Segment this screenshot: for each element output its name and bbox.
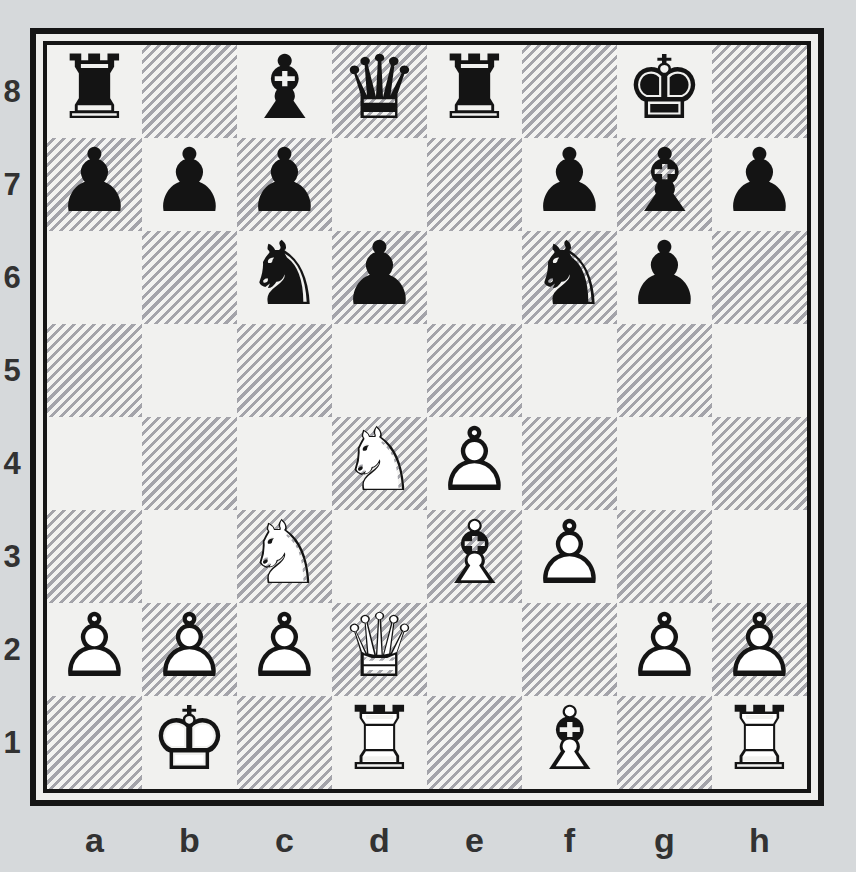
file-label-c: c [237, 814, 332, 866]
black-piece-glyph: ♜ [435, 44, 514, 132]
square-h5[interactable] [712, 324, 807, 417]
square-c2[interactable]: ♟♙ [237, 603, 332, 696]
piece-white-queen-d2[interactable]: ♛♕ [332, 603, 427, 696]
piece-white-king-b1[interactable]: ♚♔ [142, 696, 237, 789]
rank-label-5: 5 [0, 324, 24, 417]
black-piece-glyph: ♟ [55, 137, 134, 225]
black-piece-glyph: ♝ [245, 44, 324, 132]
square-b4[interactable] [142, 417, 237, 510]
square-a8[interactable]: ♜ [47, 45, 142, 138]
black-piece-glyph: ♞ [530, 230, 609, 318]
square-h1[interactable]: ♜♖ [712, 696, 807, 789]
piece-white-pawn-e4[interactable]: ♟♙ [427, 417, 522, 510]
chess-diagram: 87654321 ♜♝♛♜♚♟♟♟♟♝♟♞♟♞♟♞♘♟♙♞♘♝♗♟♙♟♙♟♙♟♙… [0, 0, 856, 872]
square-c7[interactable]: ♟ [237, 138, 332, 231]
white-piece-outline: ♙ [150, 602, 229, 690]
square-d8[interactable]: ♛ [332, 45, 427, 138]
square-g1[interactable] [617, 696, 712, 789]
square-c4[interactable] [237, 417, 332, 510]
square-f5[interactable] [522, 324, 617, 417]
white-piece-outline: ♙ [625, 602, 704, 690]
piece-white-pawn-a2[interactable]: ♟♙ [47, 603, 142, 696]
piece-white-bishop-e3[interactable]: ♝♗ [427, 510, 522, 603]
piece-black-pawn-b7[interactable]: ♟ [142, 138, 237, 231]
white-piece-outline: ♖ [720, 695, 799, 783]
white-piece-outline: ♘ [340, 416, 419, 504]
square-d4[interactable]: ♞♘ [332, 417, 427, 510]
piece-black-bishop-c8[interactable]: ♝ [237, 45, 332, 138]
piece-white-rook-h1[interactable]: ♜♖ [712, 696, 807, 789]
square-e7[interactable] [427, 138, 522, 231]
square-f2[interactable] [522, 603, 617, 696]
square-a2[interactable]: ♟♙ [47, 603, 142, 696]
black-piece-glyph: ♟ [245, 137, 324, 225]
square-f4[interactable] [522, 417, 617, 510]
rank-label-8: 8 [0, 45, 24, 138]
square-b8[interactable] [142, 45, 237, 138]
piece-white-pawn-c2[interactable]: ♟♙ [237, 603, 332, 696]
square-f7[interactable]: ♟ [522, 138, 617, 231]
square-f6[interactable]: ♞ [522, 231, 617, 324]
piece-white-knight-c3[interactable]: ♞♘ [237, 510, 332, 603]
square-h3[interactable] [712, 510, 807, 603]
white-piece-outline: ♙ [530, 509, 609, 597]
square-e4[interactable]: ♟♙ [427, 417, 522, 510]
square-g6[interactable]: ♟ [617, 231, 712, 324]
rank-label-2: 2 [0, 603, 24, 696]
square-a6[interactable] [47, 231, 142, 324]
square-d5[interactable] [332, 324, 427, 417]
square-d3[interactable] [332, 510, 427, 603]
square-b2[interactable]: ♟♙ [142, 603, 237, 696]
square-h7[interactable]: ♟ [712, 138, 807, 231]
square-c5[interactable] [237, 324, 332, 417]
square-f8[interactable] [522, 45, 617, 138]
file-label-f: f [522, 814, 617, 866]
piece-white-knight-d4[interactable]: ♞♘ [332, 417, 427, 510]
file-label-d: d [332, 814, 427, 866]
piece-black-pawn-g6[interactable]: ♟ [617, 231, 712, 324]
piece-black-knight-c6[interactable]: ♞ [237, 231, 332, 324]
white-piece-outline: ♗ [435, 509, 514, 597]
rank-labels: 87654321 [0, 45, 24, 789]
square-d7[interactable] [332, 138, 427, 231]
square-g8[interactable]: ♚ [617, 45, 712, 138]
piece-black-knight-f6[interactable]: ♞ [522, 231, 617, 324]
rank-label-1: 1 [0, 696, 24, 789]
square-a5[interactable] [47, 324, 142, 417]
chess-board-inner-border: ♜♝♛♜♚♟♟♟♟♝♟♞♟♞♟♞♘♟♙♞♘♝♗♟♙♟♙♟♙♟♙♛♕♟♙♟♙♚♔♜… [43, 41, 811, 793]
square-e1[interactable] [427, 696, 522, 789]
file-label-h: h [712, 814, 807, 866]
square-b3[interactable] [142, 510, 237, 603]
square-e2[interactable] [427, 603, 522, 696]
black-piece-glyph: ♝ [625, 137, 704, 225]
white-piece-outline: ♙ [55, 602, 134, 690]
square-g5[interactable] [617, 324, 712, 417]
piece-black-king-g8[interactable]: ♚ [617, 45, 712, 138]
piece-white-pawn-f3[interactable]: ♟♙ [522, 510, 617, 603]
square-g4[interactable] [617, 417, 712, 510]
chess-board: ♜♝♛♜♚♟♟♟♟♝♟♞♟♞♟♞♘♟♙♞♘♝♗♟♙♟♙♟♙♟♙♛♕♟♙♟♙♚♔♜… [47, 45, 807, 789]
piece-black-pawn-h7[interactable]: ♟ [712, 138, 807, 231]
square-a1[interactable] [47, 696, 142, 789]
black-piece-glyph: ♞ [245, 230, 324, 318]
square-d6[interactable]: ♟ [332, 231, 427, 324]
piece-white-pawn-b2[interactable]: ♟♙ [142, 603, 237, 696]
white-piece-outline: ♙ [435, 416, 514, 504]
square-f1[interactable]: ♝♗ [522, 696, 617, 789]
white-piece-outline: ♖ [340, 695, 419, 783]
square-g3[interactable] [617, 510, 712, 603]
piece-black-pawn-a7[interactable]: ♟ [47, 138, 142, 231]
rank-label-7: 7 [0, 138, 24, 231]
square-c6[interactable]: ♞ [237, 231, 332, 324]
file-label-e: e [427, 814, 522, 866]
chess-board-frame: ♜♝♛♜♚♟♟♟♟♝♟♞♟♞♟♞♘♟♙♞♘♝♗♟♙♟♙♟♙♟♙♛♕♟♙♟♙♚♔♜… [30, 28, 824, 806]
rank-label-6: 6 [0, 231, 24, 324]
piece-white-pawn-h2[interactable]: ♟♙ [712, 603, 807, 696]
piece-white-bishop-f1[interactable]: ♝♗ [522, 696, 617, 789]
square-c1[interactable] [237, 696, 332, 789]
square-h4[interactable] [712, 417, 807, 510]
square-d2[interactable]: ♛♕ [332, 603, 427, 696]
square-b7[interactable]: ♟ [142, 138, 237, 231]
square-b6[interactable] [142, 231, 237, 324]
square-a4[interactable] [47, 417, 142, 510]
square-e3[interactable]: ♝♗ [427, 510, 522, 603]
square-d1[interactable]: ♜♖ [332, 696, 427, 789]
square-g7[interactable]: ♝ [617, 138, 712, 231]
black-piece-glyph: ♟ [720, 137, 799, 225]
piece-white-rook-d1[interactable]: ♜♖ [332, 696, 427, 789]
piece-black-queen-d8[interactable]: ♛ [332, 45, 427, 138]
file-label-b: b [142, 814, 237, 866]
square-f3[interactable]: ♟♙ [522, 510, 617, 603]
white-piece-outline: ♘ [245, 509, 324, 597]
black-piece-glyph: ♟ [150, 137, 229, 225]
black-piece-glyph: ♟ [625, 230, 704, 318]
piece-black-pawn-c7[interactable]: ♟ [237, 138, 332, 231]
white-piece-outline: ♔ [150, 695, 229, 783]
file-labels: abcdefgh [47, 814, 807, 866]
piece-black-rook-e8[interactable]: ♜ [427, 45, 522, 138]
square-a7[interactable]: ♟ [47, 138, 142, 231]
piece-black-bishop-g7[interactable]: ♝ [617, 138, 712, 231]
file-label-a: a [47, 814, 142, 866]
black-piece-glyph: ♟ [340, 230, 419, 318]
black-piece-glyph: ♜ [55, 44, 134, 132]
square-g2[interactable]: ♟♙ [617, 603, 712, 696]
square-a3[interactable] [47, 510, 142, 603]
square-h6[interactable] [712, 231, 807, 324]
square-b5[interactable] [142, 324, 237, 417]
rank-label-3: 3 [0, 510, 24, 603]
white-piece-outline: ♗ [530, 695, 609, 783]
square-c8[interactable]: ♝ [237, 45, 332, 138]
square-b1[interactable]: ♚♔ [142, 696, 237, 789]
square-e6[interactable] [427, 231, 522, 324]
piece-black-rook-a8[interactable]: ♜ [47, 45, 142, 138]
square-c3[interactable]: ♞♘ [237, 510, 332, 603]
white-piece-outline: ♕ [340, 602, 419, 690]
piece-white-pawn-g2[interactable]: ♟♙ [617, 603, 712, 696]
piece-black-pawn-f7[interactable]: ♟ [522, 138, 617, 231]
white-piece-outline: ♙ [720, 602, 799, 690]
square-h2[interactable]: ♟♙ [712, 603, 807, 696]
square-h8[interactable] [712, 45, 807, 138]
file-label-g: g [617, 814, 712, 866]
white-piece-outline: ♙ [245, 602, 324, 690]
black-piece-glyph: ♟ [530, 137, 609, 225]
black-piece-glyph: ♛ [340, 44, 419, 132]
rank-label-4: 4 [0, 417, 24, 510]
piece-black-pawn-d6[interactable]: ♟ [332, 231, 427, 324]
black-piece-glyph: ♚ [625, 44, 704, 132]
square-e5[interactable] [427, 324, 522, 417]
square-e8[interactable]: ♜ [427, 45, 522, 138]
